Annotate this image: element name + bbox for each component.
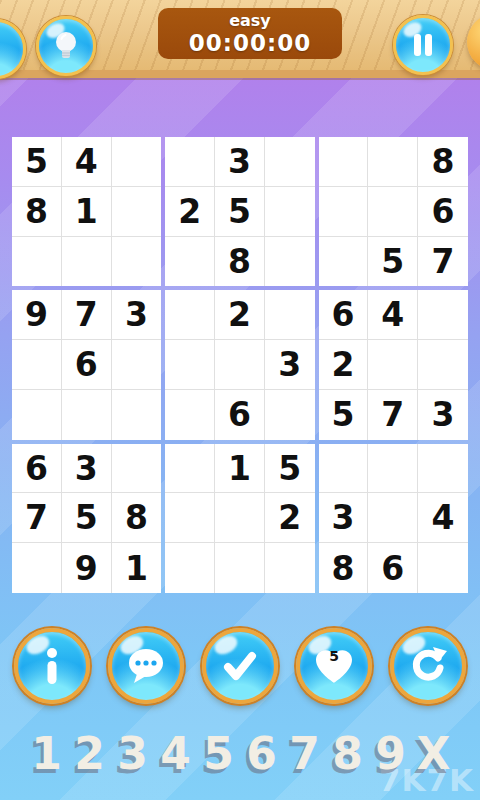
cell-r4c3[interactable]: 3 <box>112 290 162 340</box>
numpad-key-6[interactable]: 6 <box>244 726 280 782</box>
cell-r5c7[interactable]: 2 <box>319 340 369 390</box>
cell-r6c5[interactable]: 6 <box>215 390 265 440</box>
cell-r1c2[interactable]: 4 <box>62 137 112 187</box>
numpad-key-7[interactable]: 7 <box>287 726 323 782</box>
pause-button[interactable] <box>393 15 453 75</box>
cell-r7c2[interactable]: 3 <box>62 444 112 494</box>
info-icon <box>45 648 59 684</box>
cell-r9c5[interactable] <box>215 543 265 593</box>
cell-r2c3[interactable] <box>112 187 162 237</box>
cell-r3c4[interactable] <box>165 237 215 287</box>
top-bar: easy 00:00:00 <box>0 0 480 78</box>
cell-r5c3[interactable] <box>112 340 162 390</box>
cell-r9c3[interactable]: 1 <box>112 543 162 593</box>
cell-r9c4[interactable] <box>165 543 215 593</box>
hint-button[interactable] <box>36 16 96 76</box>
cell-r3c3[interactable] <box>112 237 162 287</box>
cell-r2c1[interactable]: 8 <box>12 187 62 237</box>
cell-r6c7[interactable]: 5 <box>319 390 369 440</box>
cell-r4c8[interactable]: 4 <box>368 290 418 340</box>
numpad-key-3[interactable]: 3 <box>115 726 151 782</box>
cell-r9c8[interactable]: 6 <box>368 543 418 593</box>
info-button[interactable] <box>14 628 90 704</box>
cell-r9c7[interactable]: 8 <box>319 543 369 593</box>
sudoku-board: 548132588657973623664257363758911523486 <box>12 137 468 593</box>
block-8: 152 <box>165 444 314 593</box>
lives-button[interactable]: 5 <box>296 628 372 704</box>
numpad-key-X[interactable]: X <box>416 726 452 782</box>
numpad-key-5[interactable]: 5 <box>201 726 237 782</box>
cell-r9c2[interactable]: 9 <box>62 543 112 593</box>
cell-r5c8[interactable] <box>368 340 418 390</box>
cell-r3c1[interactable] <box>12 237 62 287</box>
cell-r4c7[interactable]: 6 <box>319 290 369 340</box>
cell-r4c2[interactable]: 7 <box>62 290 112 340</box>
cell-r8c2[interactable]: 5 <box>62 493 112 543</box>
numpad-key-2[interactable]: 2 <box>72 726 108 782</box>
cell-r8c3[interactable]: 8 <box>112 493 162 543</box>
cell-r4c6[interactable] <box>265 290 315 340</box>
block-9: 3486 <box>319 444 468 593</box>
block-6: 642573 <box>319 290 468 439</box>
chat-bubble-icon <box>127 648 165 684</box>
cell-r2c7[interactable] <box>319 187 369 237</box>
cell-r7c9[interactable] <box>418 444 468 494</box>
cell-r1c7[interactable] <box>319 137 369 187</box>
cell-r1c5[interactable]: 3 <box>215 137 265 187</box>
cell-r2c8[interactable] <box>368 187 418 237</box>
cell-r3c8[interactable]: 5 <box>368 237 418 287</box>
cell-r2c2[interactable]: 1 <box>62 187 112 237</box>
numpad-key-1[interactable]: 1 <box>29 726 65 782</box>
cell-r6c8[interactable]: 7 <box>368 390 418 440</box>
cell-r4c9[interactable] <box>418 290 468 340</box>
check-icon <box>222 650 258 682</box>
cell-r3c7[interactable] <box>319 237 369 287</box>
cell-r5c9[interactable] <box>418 340 468 390</box>
cell-r8c7[interactable]: 3 <box>319 493 369 543</box>
cell-r6c6[interactable] <box>265 390 315 440</box>
cell-r5c2[interactable]: 6 <box>62 340 112 390</box>
cell-r2c5[interactable]: 5 <box>215 187 265 237</box>
cell-r6c2[interactable] <box>62 390 112 440</box>
cell-r5c4[interactable] <box>165 340 215 390</box>
control-bar: 5 <box>0 628 480 696</box>
timer-value: 00:00:00 <box>189 30 311 56</box>
cell-r7c1[interactable]: 6 <box>12 444 62 494</box>
numpad-key-8[interactable]: 8 <box>330 726 366 782</box>
cell-r8c1[interactable]: 7 <box>12 493 62 543</box>
cell-r4c4[interactable] <box>165 290 215 340</box>
numpad-key-9[interactable]: 9 <box>373 726 409 782</box>
hint-bubble-button[interactable] <box>108 628 184 704</box>
cell-r6c9[interactable]: 3 <box>418 390 468 440</box>
block-5: 236 <box>165 290 314 439</box>
cell-r1c1[interactable]: 5 <box>12 137 62 187</box>
difficulty-label: easy <box>229 11 271 30</box>
cell-r5c5[interactable] <box>215 340 265 390</box>
cell-r8c6[interactable]: 2 <box>265 493 315 543</box>
cell-r3c9[interactable]: 7 <box>418 237 468 287</box>
cell-r8c8[interactable] <box>368 493 418 543</box>
cell-r4c1[interactable]: 9 <box>12 290 62 340</box>
cell-r6c3[interactable] <box>112 390 162 440</box>
cell-r9c9[interactable] <box>418 543 468 593</box>
cell-r1c8[interactable] <box>368 137 418 187</box>
cell-r7c6[interactable]: 5 <box>265 444 315 494</box>
block-2: 3258 <box>165 137 314 286</box>
block-7: 6375891 <box>12 444 161 593</box>
cell-r1c3[interactable] <box>112 137 162 187</box>
cell-r6c4[interactable] <box>165 390 215 440</box>
cell-r7c8[interactable] <box>368 444 418 494</box>
numpad-key-4[interactable]: 4 <box>158 726 194 782</box>
restart-button[interactable] <box>390 628 466 704</box>
cell-r7c7[interactable] <box>319 444 369 494</box>
check-button[interactable] <box>202 628 278 704</box>
cell-r7c3[interactable] <box>112 444 162 494</box>
cell-r3c2[interactable] <box>62 237 112 287</box>
block-1: 5481 <box>12 137 161 286</box>
numpad: 123456789X <box>0 726 480 782</box>
timer-panel: easy 00:00:00 <box>158 8 342 59</box>
cell-r2c6[interactable] <box>265 187 315 237</box>
cell-r5c6[interactable]: 3 <box>265 340 315 390</box>
cell-r1c6[interactable] <box>265 137 315 187</box>
edge-left-button[interactable] <box>0 19 26 79</box>
cell-r6c1[interactable] <box>12 390 62 440</box>
refresh-icon <box>409 647 447 685</box>
cell-r8c5[interactable] <box>215 493 265 543</box>
cell-r1c4[interactable] <box>165 137 215 187</box>
cell-r5c1[interactable] <box>12 340 62 390</box>
pause-icon <box>412 33 434 57</box>
lives-count: 5 <box>300 649 368 663</box>
cell-r8c9[interactable]: 4 <box>418 493 468 543</box>
cell-r3c6[interactable] <box>265 237 315 287</box>
lightbulb-icon <box>53 30 79 62</box>
cell-r8c4[interactable] <box>165 493 215 543</box>
block-3: 8657 <box>319 137 468 286</box>
block-4: 9736 <box>12 290 161 439</box>
cell-r2c9[interactable]: 6 <box>418 187 468 237</box>
cell-r9c1[interactable] <box>12 543 62 593</box>
cell-r7c4[interactable] <box>165 444 215 494</box>
cell-r3c5[interactable]: 8 <box>215 237 265 287</box>
cell-r2c4[interactable]: 2 <box>165 187 215 237</box>
edge-right-button[interactable] <box>467 14 480 70</box>
cell-r7c5[interactable]: 1 <box>215 444 265 494</box>
cell-r9c6[interactable] <box>265 543 315 593</box>
cell-r4c5[interactable]: 2 <box>215 290 265 340</box>
cell-r1c9[interactable]: 8 <box>418 137 468 187</box>
